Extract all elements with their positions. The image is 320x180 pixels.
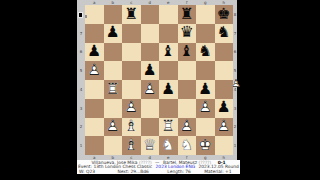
rank-label-8: 8 (233, 5, 237, 24)
square-e3 (159, 99, 178, 118)
square-g6: ♞ (196, 43, 215, 62)
square-f7: ♛ (178, 24, 197, 43)
chess-board-panel: abcdefgh 87654321 ♜♜♚♟♛♞♟♝♝♞♟♙♟♜♖♟♙♟♟♟♙♟… (77, 0, 237, 160)
piece-black-bishop: ♝ (159, 43, 178, 62)
piece-black-queen: ♛ (178, 24, 197, 43)
piece-white-knight: ♞♘ (159, 136, 178, 155)
square-f5 (178, 61, 197, 80)
square-e6: ♝ (159, 43, 178, 62)
piece-white-pawn: ♟♙ (178, 118, 197, 137)
piece-black-pawn: ♟ (159, 80, 178, 99)
piece-white-pawn: ♟♙ (215, 118, 234, 137)
square-h8: ♚ (215, 5, 234, 24)
square-b3 (104, 99, 123, 118)
square-f1: ♞♘ (178, 136, 197, 155)
piece-black-bishop: ♝ (178, 43, 197, 62)
piece-white-bishop: ♝♗ (122, 136, 141, 155)
square-h2: ♟♙ (215, 118, 234, 137)
square-a2 (85, 118, 104, 137)
piece-black-pawn: ♟ (141, 61, 160, 80)
square-e1: ♞♘ (159, 136, 178, 155)
stat-next-move: Next: 29...Bd6 (117, 169, 148, 174)
rank-label-3: 3 (77, 99, 85, 118)
square-a7 (85, 24, 104, 43)
square-c8: ♜ (122, 5, 141, 24)
rank-label-3: 3 (233, 99, 237, 118)
square-c6 (122, 43, 141, 62)
square-e7 (159, 24, 178, 43)
square-c4 (122, 80, 141, 99)
piece-white-rook: ♜♖ (104, 80, 123, 99)
square-g3: ♟♙ (196, 99, 215, 118)
piece-black-knight: ♞ (215, 24, 234, 43)
stat-length: Length: 76 (167, 169, 191, 174)
square-c7 (122, 24, 141, 43)
square-f2: ♟♙ (178, 118, 197, 137)
stats-line: W: Q23 Next: 29...Bd6 Length: 76 Materia… (77, 170, 240, 174)
piece-black-rook: ♜ (178, 5, 197, 24)
square-f8: ♜ (178, 5, 197, 24)
square-e2: ♜♖ (159, 118, 178, 137)
piece-white-king: ♚♔ (196, 136, 215, 155)
square-g8 (196, 5, 215, 24)
square-e4: ♟ (159, 80, 178, 99)
square-b7: ♟ (104, 24, 123, 43)
square-d4: ♟♙ (141, 80, 160, 99)
piece-white-pawn: ♟♙ (196, 99, 215, 118)
square-h6 (215, 43, 234, 62)
material-pawn-icon: ♟♙ (230, 77, 242, 90)
caption-panel: Villanueva, Jose Mika (????) — Bartel, M… (77, 160, 240, 174)
square-a4 (85, 80, 104, 99)
side-to-move-indicator (78, 12, 83, 18)
piece-black-king: ♚ (215, 5, 234, 24)
square-a6: ♟ (85, 43, 104, 62)
piece-white-pawn: ♟♙ (141, 80, 160, 99)
piece-white-rook: ♜♖ (159, 118, 178, 137)
square-g7 (196, 24, 215, 43)
piece-white-pawn: ♟♙ (104, 118, 123, 137)
square-c5 (122, 61, 141, 80)
rank-label-2: 2 (233, 118, 237, 137)
stat-w: W: Q23 (79, 169, 95, 174)
chess-board: ♜♜♚♟♛♞♟♝♝♞♟♙♟♜♖♟♙♟♟♟♙♟♙♟♟♙♝♗♜♖♟♙♟♙♝♗♛♕♞♘… (85, 5, 233, 155)
square-c3: ♟♙ (122, 99, 141, 118)
square-d7 (141, 24, 160, 43)
piece-white-bishop: ♝♗ (122, 118, 141, 137)
square-g5 (196, 61, 215, 80)
square-g2 (196, 118, 215, 137)
rank-label-2: 2 (77, 118, 85, 137)
square-f4 (178, 80, 197, 99)
square-d3 (141, 99, 160, 118)
square-c1: ♝♗ (122, 136, 141, 155)
square-a5: ♟♙ (85, 61, 104, 80)
square-b4: ♜♖ (104, 80, 123, 99)
rank-label-6: 6 (77, 43, 85, 62)
piece-black-knight: ♞ (196, 43, 215, 62)
square-d5: ♟ (141, 61, 160, 80)
piece-black-pawn: ♟ (104, 24, 123, 43)
rank-label-4: 4 (77, 80, 85, 99)
piece-black-pawn: ♟ (215, 99, 234, 118)
video-frame: abcdefgh 87654321 ♜♜♚♟♛♞♟♝♝♞♟♙♟♜♖♟♙♟♟♟♙♟… (0, 0, 320, 180)
piece-black-pawn: ♟ (196, 80, 215, 99)
piece-white-knight: ♞♘ (178, 136, 197, 155)
square-c2: ♝♗ (122, 118, 141, 137)
rank-labels-left: 87654321 (77, 5, 85, 155)
piece-black-rook: ♜ (122, 5, 141, 24)
rank-label-1: 1 (77, 136, 85, 155)
square-e8 (159, 5, 178, 24)
square-e5 (159, 61, 178, 80)
square-d8 (141, 5, 160, 24)
piece-black-pawn: ♟ (85, 43, 104, 62)
square-a8 (85, 5, 104, 24)
rank-label-7: 7 (77, 24, 85, 43)
rank-label-5: 5 (77, 61, 85, 80)
rank-label-6: 6 (233, 43, 237, 62)
piece-white-pawn: ♟♙ (122, 99, 141, 118)
square-b1 (104, 136, 123, 155)
square-a3 (85, 99, 104, 118)
square-a1 (85, 136, 104, 155)
rank-label-7: 7 (233, 24, 237, 43)
square-b8 (104, 5, 123, 24)
square-h7: ♞ (215, 24, 234, 43)
square-f3 (178, 99, 197, 118)
square-b5 (104, 61, 123, 80)
rank-label-1: 1 (233, 136, 237, 155)
square-h1 (215, 136, 234, 155)
square-f6: ♝ (178, 43, 197, 62)
stat-material: Material: +1 (204, 169, 231, 174)
square-d2 (141, 118, 160, 137)
square-g4: ♟ (196, 80, 215, 99)
square-g1: ♚♔ (196, 136, 215, 155)
square-d6 (141, 43, 160, 62)
square-h3: ♟ (215, 99, 234, 118)
square-b6 (104, 43, 123, 62)
piece-white-pawn: ♟♙ (85, 61, 104, 80)
side-to-move-nub (85, 15, 88, 18)
square-b2: ♟♙ (104, 118, 123, 137)
square-d1: ♛♕ (141, 136, 160, 155)
piece-white-queen: ♛♕ (141, 136, 160, 155)
